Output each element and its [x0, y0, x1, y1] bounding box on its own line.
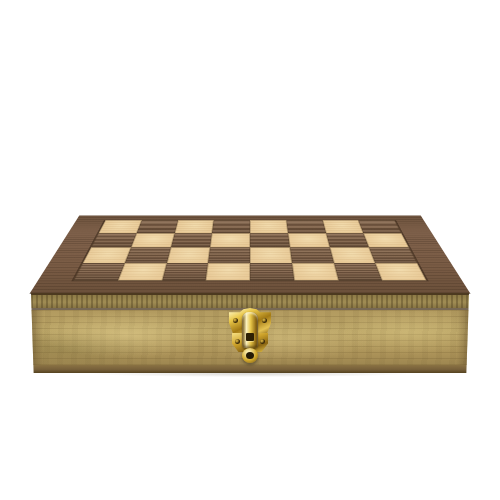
clasp-tongue — [242, 312, 258, 348]
board-square — [212, 220, 250, 233]
board-square — [136, 220, 177, 233]
board-square — [208, 247, 250, 263]
board-square — [250, 247, 292, 263]
board-square — [250, 233, 290, 247]
clasp-slot — [246, 333, 254, 341]
screw-icon — [233, 318, 238, 323]
board-square — [334, 263, 383, 280]
board-square — [171, 233, 213, 247]
board-square — [329, 247, 375, 263]
board-square — [358, 220, 401, 233]
board-square — [99, 220, 142, 233]
board-square — [322, 220, 363, 233]
screw-icon — [260, 339, 265, 344]
board-square — [83, 247, 131, 263]
board-square — [125, 247, 171, 263]
board-grid — [74, 220, 427, 280]
brass-clasp — [229, 306, 271, 364]
floor-shadow — [34, 371, 466, 380]
board-square — [286, 220, 326, 233]
screw-icon — [235, 339, 240, 344]
board-square — [290, 247, 334, 263]
chess-box-photo — [0, 0, 500, 500]
board-square — [292, 263, 338, 280]
board-square — [326, 233, 369, 247]
board-square — [162, 263, 208, 280]
clasp-loop-hole — [246, 352, 254, 359]
board-square — [118, 263, 167, 280]
board-square — [250, 220, 288, 233]
board-square — [364, 233, 409, 247]
board-square — [131, 233, 174, 247]
board-square — [206, 263, 250, 280]
board-square — [74, 263, 125, 280]
board-square — [174, 220, 214, 233]
board-square — [375, 263, 426, 280]
screw-icon — [262, 318, 267, 323]
board-square — [210, 233, 250, 247]
board-square — [369, 247, 417, 263]
chess-box-lid — [30, 215, 470, 293]
board-square — [91, 233, 136, 247]
board-square — [166, 247, 210, 263]
board-square — [288, 233, 330, 247]
clasp-loop — [242, 348, 258, 363]
board-square — [250, 263, 294, 280]
